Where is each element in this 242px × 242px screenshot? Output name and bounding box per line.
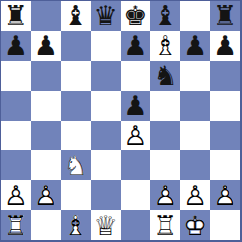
square-b3[interactable] — [31, 150, 61, 180]
square-g6[interactable] — [180, 61, 210, 91]
piece-white-bishop-icon[interactable]: ♝♗ — [150, 31, 180, 61]
square-g2[interactable]: ♟♙ — [180, 180, 210, 210]
square-g3[interactable] — [180, 150, 210, 180]
square-a4[interactable] — [1, 121, 31, 151]
square-a7[interactable]: ♟ — [1, 31, 31, 61]
piece-black-pawn-icon[interactable]: ♟ — [121, 91, 151, 121]
square-d3[interactable] — [91, 150, 121, 180]
piece-white-rook-icon[interactable]: ♜♖ — [1, 210, 31, 240]
piece-black-pawn-icon[interactable]: ♟ — [31, 31, 61, 61]
square-f4[interactable] — [150, 121, 180, 151]
square-f2[interactable]: ♟♙ — [150, 180, 180, 210]
square-g7[interactable]: ♟ — [180, 31, 210, 61]
square-h8[interactable]: ♜ — [210, 1, 240, 31]
square-c7[interactable] — [61, 31, 91, 61]
square-b4[interactable] — [31, 121, 61, 151]
square-e5[interactable]: ♟ — [121, 91, 151, 121]
square-c2[interactable] — [61, 180, 91, 210]
piece-black-bishop-icon[interactable]: ♝ — [61, 1, 91, 31]
square-h5[interactable] — [210, 91, 240, 121]
piece-white-pawn-icon[interactable]: ♟♙ — [121, 121, 151, 151]
chess-board: ♜♝♛♚♝♜♟♟♟♝♗♟♟♞♟♟♙♞♘♟♙♟♙♟♙♟♙♟♙♜♖♝♗♛♕♜♖♚♔ — [0, 0, 242, 242]
piece-white-pawn-icon[interactable]: ♟♙ — [31, 180, 61, 210]
square-f3[interactable] — [150, 150, 180, 180]
square-e6[interactable] — [121, 61, 151, 91]
piece-black-pawn-icon[interactable]: ♟ — [1, 31, 31, 61]
square-d7[interactable] — [91, 31, 121, 61]
square-c5[interactable] — [61, 91, 91, 121]
square-d2[interactable] — [91, 180, 121, 210]
square-g4[interactable] — [180, 121, 210, 151]
piece-white-knight-icon[interactable]: ♞♘ — [61, 150, 91, 180]
piece-white-rook-icon[interactable]: ♜♖ — [150, 210, 180, 240]
square-e7[interactable]: ♟ — [121, 31, 151, 61]
square-h7[interactable]: ♟ — [210, 31, 240, 61]
square-h3[interactable] — [210, 150, 240, 180]
square-f5[interactable] — [150, 91, 180, 121]
square-d4[interactable] — [91, 121, 121, 151]
square-d1[interactable]: ♛♕ — [91, 210, 121, 240]
square-g8[interactable] — [180, 1, 210, 31]
piece-white-pawn-icon[interactable]: ♟♙ — [210, 180, 240, 210]
square-a2[interactable]: ♟♙ — [1, 180, 31, 210]
square-c1[interactable]: ♝♗ — [61, 210, 91, 240]
square-b8[interactable] — [31, 1, 61, 31]
square-a1[interactable]: ♜♖ — [1, 210, 31, 240]
square-g5[interactable] — [180, 91, 210, 121]
square-a8[interactable]: ♜ — [1, 1, 31, 31]
square-e2[interactable] — [121, 180, 151, 210]
square-e1[interactable] — [121, 210, 151, 240]
square-h4[interactable] — [210, 121, 240, 151]
square-b1[interactable] — [31, 210, 61, 240]
square-f8[interactable]: ♝ — [150, 1, 180, 31]
piece-white-pawn-icon[interactable]: ♟♙ — [180, 180, 210, 210]
piece-black-pawn-icon[interactable]: ♟ — [180, 31, 210, 61]
piece-white-pawn-icon[interactable]: ♟♙ — [150, 180, 180, 210]
square-b7[interactable]: ♟ — [31, 31, 61, 61]
square-f6[interactable]: ♞ — [150, 61, 180, 91]
square-e8[interactable]: ♚ — [121, 1, 151, 31]
square-e3[interactable] — [121, 150, 151, 180]
piece-black-bishop-icon[interactable]: ♝ — [150, 1, 180, 31]
square-f7[interactable]: ♝♗ — [150, 31, 180, 61]
piece-black-pawn-icon[interactable]: ♟ — [121, 31, 151, 61]
square-d5[interactable] — [91, 91, 121, 121]
square-c4[interactable] — [61, 121, 91, 151]
square-a5[interactable] — [1, 91, 31, 121]
piece-black-queen-icon[interactable]: ♛ — [91, 1, 121, 31]
square-b5[interactable] — [31, 91, 61, 121]
piece-black-rook-icon[interactable]: ♜ — [1, 1, 31, 31]
square-c3[interactable]: ♞♘ — [61, 150, 91, 180]
square-h6[interactable] — [210, 61, 240, 91]
piece-black-pawn-icon[interactable]: ♟ — [210, 31, 240, 61]
square-a3[interactable] — [1, 150, 31, 180]
square-e4[interactable]: ♟♙ — [121, 121, 151, 151]
piece-white-king-icon[interactable]: ♚♔ — [180, 210, 210, 240]
piece-white-bishop-icon[interactable]: ♝♗ — [61, 210, 91, 240]
piece-black-rook-icon[interactable]: ♜ — [210, 1, 240, 31]
square-b6[interactable] — [31, 61, 61, 91]
piece-black-knight-icon[interactable]: ♞ — [150, 61, 180, 91]
piece-white-queen-icon[interactable]: ♛♕ — [91, 210, 121, 240]
square-b2[interactable]: ♟♙ — [31, 180, 61, 210]
square-f1[interactable]: ♜♖ — [150, 210, 180, 240]
square-h1[interactable] — [210, 210, 240, 240]
piece-white-pawn-icon[interactable]: ♟♙ — [1, 180, 31, 210]
square-a6[interactable] — [1, 61, 31, 91]
square-d6[interactable] — [91, 61, 121, 91]
square-c6[interactable] — [61, 61, 91, 91]
square-g1[interactable]: ♚♔ — [180, 210, 210, 240]
square-h2[interactable]: ♟♙ — [210, 180, 240, 210]
square-d8[interactable]: ♛ — [91, 1, 121, 31]
piece-black-king-icon[interactable]: ♚ — [121, 1, 151, 31]
square-c8[interactable]: ♝ — [61, 1, 91, 31]
